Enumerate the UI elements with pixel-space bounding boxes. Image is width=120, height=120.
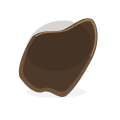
product-photo xyxy=(0,0,120,120)
chocolate-mold-photo xyxy=(0,0,120,120)
